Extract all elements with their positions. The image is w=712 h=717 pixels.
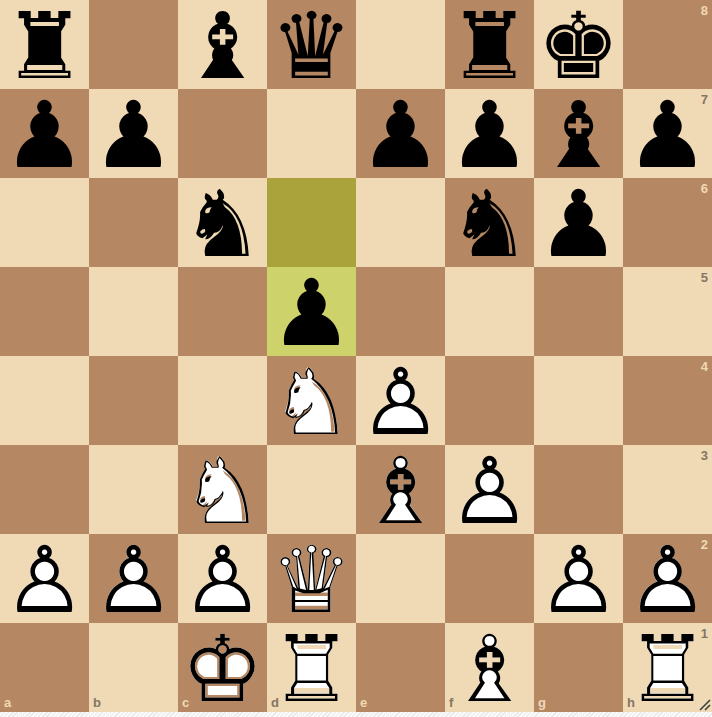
piece-white-pawn[interactable]: ♟♙ — [445, 447, 534, 536]
square-a1[interactable]: a — [0, 623, 89, 712]
piece-black-pawn[interactable]: ♟ — [0, 91, 89, 180]
square-c4[interactable] — [178, 356, 267, 445]
white-pawn-outline: ♙ — [623, 536, 712, 625]
square-e4[interactable]: ♟♙ — [356, 356, 445, 445]
black-bishop-glyph: ♝ — [178, 2, 267, 91]
piece-black-bishop[interactable]: ♝ — [534, 91, 623, 180]
white-king-outline: ♔ — [178, 625, 267, 714]
piece-black-queen[interactable]: ♛ — [267, 2, 356, 91]
square-a6[interactable] — [0, 178, 89, 267]
square-f1[interactable]: ♝♗f — [445, 623, 534, 712]
white-pawn-outline: ♙ — [89, 536, 178, 625]
square-d1[interactable]: ♜♖d — [267, 623, 356, 712]
black-knight-glyph: ♞ — [445, 180, 534, 269]
piece-white-pawn[interactable]: ♟♙ — [356, 358, 445, 447]
square-e2[interactable] — [356, 534, 445, 623]
square-d7[interactable] — [267, 89, 356, 178]
square-h7[interactable]: ♟7 — [623, 89, 712, 178]
chess-board: ♜♝♛♜♚8♟♟♟♟♝♟7♞♞♟6♟5♞♘♟♙4♞♘♝♗♟♙3♟♙♟♙♟♙♛♕♟… — [0, 0, 712, 712]
white-queen-outline: ♕ — [267, 536, 356, 625]
piece-black-knight[interactable]: ♞ — [445, 180, 534, 269]
piece-black-pawn[interactable]: ♟ — [623, 91, 712, 180]
white-pawn-outline: ♙ — [178, 536, 267, 625]
square-g2[interactable]: ♟♙ — [534, 534, 623, 623]
piece-white-bishop[interactable]: ♝♗ — [445, 625, 534, 714]
white-bishop-outline: ♗ — [356, 447, 445, 536]
square-d4[interactable]: ♞♘ — [267, 356, 356, 445]
square-g1[interactable]: g — [534, 623, 623, 712]
square-c2[interactable]: ♟♙ — [178, 534, 267, 623]
square-e7[interactable]: ♟ — [356, 89, 445, 178]
piece-black-pawn[interactable]: ♟ — [534, 180, 623, 269]
piece-white-pawn[interactable]: ♟♙ — [623, 536, 712, 625]
square-f7[interactable]: ♟ — [445, 89, 534, 178]
chess-app-viewport: ♜♝♛♜♚8♟♟♟♟♝♟7♞♞♟6♟5♞♘♟♙4♞♘♝♗♟♙3♟♙♟♙♟♙♛♕♟… — [0, 0, 712, 717]
square-b5[interactable] — [89, 267, 178, 356]
square-b6[interactable] — [89, 178, 178, 267]
square-d2[interactable]: ♛♕ — [267, 534, 356, 623]
square-h3[interactable]: 3 — [623, 445, 712, 534]
square-d5[interactable]: ♟ — [267, 267, 356, 356]
black-knight-glyph: ♞ — [178, 180, 267, 269]
white-bishop-outline: ♗ — [445, 625, 534, 714]
square-h4[interactable]: 4 — [623, 356, 712, 445]
rank-label-5: 5 — [701, 271, 708, 284]
square-a3[interactable] — [0, 445, 89, 534]
piece-black-pawn[interactable]: ♟ — [267, 269, 356, 358]
square-g5[interactable] — [534, 267, 623, 356]
square-f2[interactable] — [445, 534, 534, 623]
square-e8[interactable] — [356, 0, 445, 89]
white-knight-outline: ♘ — [267, 358, 356, 447]
square-c7[interactable] — [178, 89, 267, 178]
square-d3[interactable] — [267, 445, 356, 534]
black-queen-glyph: ♛ — [267, 2, 356, 91]
square-f5[interactable] — [445, 267, 534, 356]
square-a5[interactable] — [0, 267, 89, 356]
piece-white-pawn[interactable]: ♟♙ — [178, 536, 267, 625]
file-label-g: g — [538, 696, 546, 709]
square-d6[interactable] — [267, 178, 356, 267]
white-pawn-outline: ♙ — [445, 447, 534, 536]
file-label-a: a — [4, 696, 11, 709]
square-g4[interactable] — [534, 356, 623, 445]
square-h5[interactable]: 5 — [623, 267, 712, 356]
black-pawn-glyph: ♟ — [89, 91, 178, 180]
piece-black-rook[interactable]: ♜ — [445, 2, 534, 91]
board-resize-handle-icon[interactable] — [698, 698, 711, 711]
square-c6[interactable]: ♞ — [178, 178, 267, 267]
page-background-strip — [0, 712, 712, 717]
black-bishop-glyph: ♝ — [534, 91, 623, 180]
black-pawn-glyph: ♟ — [0, 91, 89, 180]
black-rook-glyph: ♜ — [445, 2, 534, 91]
piece-black-pawn[interactable]: ♟ — [356, 91, 445, 180]
piece-white-rook[interactable]: ♜♖ — [267, 625, 356, 714]
piece-white-pawn[interactable]: ♟♙ — [0, 536, 89, 625]
piece-black-bishop[interactable]: ♝ — [178, 2, 267, 91]
black-pawn-glyph: ♟ — [267, 269, 356, 358]
rank-label-8: 8 — [701, 4, 708, 17]
piece-white-knight[interactable]: ♞♘ — [267, 358, 356, 447]
square-e3[interactable]: ♝♗ — [356, 445, 445, 534]
square-b2[interactable]: ♟♙ — [89, 534, 178, 623]
square-b3[interactable] — [89, 445, 178, 534]
square-h2[interactable]: ♟♙2 — [623, 534, 712, 623]
piece-black-rook[interactable]: ♜ — [0, 2, 89, 91]
square-a4[interactable] — [0, 356, 89, 445]
file-label-e: e — [360, 696, 367, 709]
square-e1[interactable]: e — [356, 623, 445, 712]
square-f3[interactable]: ♟♙ — [445, 445, 534, 534]
square-b8[interactable] — [89, 0, 178, 89]
square-f8[interactable]: ♜ — [445, 0, 534, 89]
square-a2[interactable]: ♟♙ — [0, 534, 89, 623]
file-label-b: b — [93, 696, 101, 709]
square-g8[interactable]: ♚ — [534, 0, 623, 89]
square-b4[interactable] — [89, 356, 178, 445]
square-c3[interactable]: ♞♘ — [178, 445, 267, 534]
square-g3[interactable] — [534, 445, 623, 534]
square-c1[interactable]: ♚♔c — [178, 623, 267, 712]
piece-white-knight[interactable]: ♞♘ — [178, 447, 267, 536]
square-g6[interactable]: ♟ — [534, 178, 623, 267]
rank-label-3: 3 — [701, 449, 708, 462]
square-f6[interactable]: ♞ — [445, 178, 534, 267]
square-a7[interactable]: ♟ — [0, 89, 89, 178]
rank-label-4: 4 — [701, 360, 708, 373]
piece-black-pawn[interactable]: ♟ — [89, 91, 178, 180]
piece-white-bishop[interactable]: ♝♗ — [356, 447, 445, 536]
square-b7[interactable]: ♟ — [89, 89, 178, 178]
black-king-glyph: ♚ — [534, 2, 623, 91]
piece-white-queen[interactable]: ♛♕ — [267, 536, 356, 625]
square-c8[interactable]: ♝ — [178, 0, 267, 89]
piece-white-king[interactable]: ♚♔ — [178, 625, 267, 714]
piece-black-pawn[interactable]: ♟ — [445, 91, 534, 180]
square-a8[interactable]: ♜ — [0, 0, 89, 89]
square-f4[interactable] — [445, 356, 534, 445]
piece-white-pawn[interactable]: ♟♙ — [534, 536, 623, 625]
white-pawn-outline: ♙ — [0, 536, 89, 625]
square-d8[interactable]: ♛ — [267, 0, 356, 89]
piece-black-king[interactable]: ♚ — [534, 2, 623, 91]
square-e5[interactable] — [356, 267, 445, 356]
black-pawn-glyph: ♟ — [623, 91, 712, 180]
square-b1[interactable]: b — [89, 623, 178, 712]
square-g7[interactable]: ♝ — [534, 89, 623, 178]
piece-black-knight[interactable]: ♞ — [178, 180, 267, 269]
white-pawn-outline: ♙ — [534, 536, 623, 625]
white-knight-outline: ♘ — [178, 447, 267, 536]
white-rook-outline: ♖ — [267, 625, 356, 714]
piece-white-pawn[interactable]: ♟♙ — [89, 536, 178, 625]
black-pawn-glyph: ♟ — [534, 180, 623, 269]
square-h8[interactable]: 8 — [623, 0, 712, 89]
black-pawn-glyph: ♟ — [356, 91, 445, 180]
white-pawn-outline: ♙ — [356, 358, 445, 447]
square-e6[interactable] — [356, 178, 445, 267]
square-c5[interactable] — [178, 267, 267, 356]
black-pawn-glyph: ♟ — [445, 91, 534, 180]
square-h6[interactable]: 6 — [623, 178, 712, 267]
black-rook-glyph: ♜ — [0, 2, 89, 91]
